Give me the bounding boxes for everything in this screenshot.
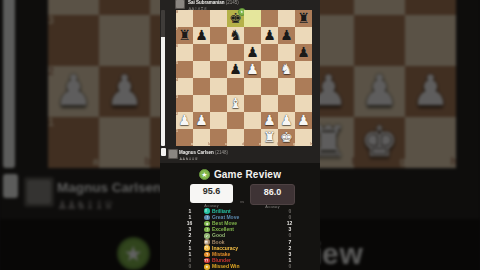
chess-board[interactable]: 8♚★♜7♜♟♞♟♟6♟♟5♟♟♞43♝2♟♟♟♟♟1abcdef♜g♚h — [176, 10, 312, 146]
square-f1[interactable]: f♜ — [261, 129, 278, 146]
bottom-player-avatar[interactable] — [168, 149, 178, 159]
square-c6[interactable] — [210, 44, 227, 61]
square-b4[interactable] — [193, 78, 210, 95]
square-b5[interactable] — [193, 61, 210, 78]
file-label-h: h — [310, 143, 312, 145]
square-c5[interactable] — [210, 61, 227, 78]
square-e4[interactable] — [244, 78, 261, 95]
rank-label-6: 6 — [176, 45, 178, 47]
top-player-name-text: Sai Subramanian — [188, 0, 225, 5]
square-g7[interactable]: ♟ — [278, 27, 295, 44]
square-c4[interactable] — [210, 78, 227, 95]
black-knight-d7: ♞ — [227, 27, 244, 44]
square-g5[interactable]: ♞ — [278, 61, 295, 78]
game-review-panel: ★ Game Review 95.6 Accuracy vs 86.0 Accu… — [160, 163, 320, 270]
rank-label-3: 3 — [176, 96, 178, 98]
white-accuracy-value: 95.6 — [190, 186, 233, 196]
white-pawn-f2: ♟ — [261, 112, 278, 129]
square-a6[interactable]: 6 — [176, 44, 193, 61]
square-c2[interactable] — [210, 112, 227, 129]
square-g1[interactable]: g♚ — [278, 129, 295, 146]
square-a1[interactable]: 1a — [176, 129, 193, 146]
square-f3[interactable] — [261, 95, 278, 112]
white-pawn-b2: ♟ — [193, 112, 210, 129]
move-classification-list: 1 !! Brilliant 0 1 ! Great Move 0 16 ★ B… — [160, 208, 320, 270]
square-d4[interactable] — [227, 78, 244, 95]
square-d1[interactable]: d — [227, 129, 244, 146]
square-d2[interactable] — [227, 112, 244, 129]
square-h8[interactable]: ♜ — [295, 10, 312, 27]
move-class-icon: ✓ — [204, 233, 210, 239]
square-g3[interactable] — [278, 95, 295, 112]
square-h4[interactable] — [295, 78, 312, 95]
square-a4[interactable]: 4 — [176, 78, 193, 95]
square-h7[interactable] — [295, 27, 312, 44]
rank-label-8: 8 — [176, 11, 178, 13]
square-h3[interactable] — [295, 95, 312, 112]
square-b2[interactable]: ♟ — [193, 112, 210, 129]
move-class-row: 0 ✕ Missed Win 0 — [160, 264, 320, 270]
top-player-avatar[interactable] — [175, 0, 185, 9]
game-review-title: Game Review — [214, 169, 281, 180]
white-accuracy-box: 95.6 Accuracy — [190, 184, 233, 203]
rank-label-4: 4 — [176, 79, 178, 81]
bottom-player-bar: Magnus Carlsen (2148) ♟♟♞♝♝♛ — [160, 146, 320, 163]
square-g2[interactable]: ♟ — [278, 112, 295, 129]
square-f5[interactable] — [261, 61, 278, 78]
phone-screenshot: Sai Subramanian (2145) ♙♙♘♗♖♕ 8♚★♜7♜♟♞♟♟… — [160, 0, 320, 270]
black-pawn-g7: ♟ — [278, 27, 295, 44]
square-f8[interactable] — [261, 10, 278, 27]
square-d6[interactable] — [227, 44, 244, 61]
white-rook-f1: ♜ — [261, 129, 278, 146]
black-pawn-f7: ♟ — [261, 27, 278, 44]
square-f6[interactable] — [261, 44, 278, 61]
square-h2[interactable]: ♟ — [295, 112, 312, 129]
square-h5[interactable] — [295, 61, 312, 78]
white-pawn-g2: ♟ — [278, 112, 295, 129]
square-e2[interactable] — [244, 112, 261, 129]
black-pawn-b7: ♟ — [193, 27, 210, 44]
move-class-icon: ! — [204, 227, 210, 233]
square-e7[interactable] — [244, 27, 261, 44]
white-pawn-a2: ♟ — [176, 112, 193, 129]
square-e5[interactable]: ♟ — [244, 61, 261, 78]
square-d5[interactable]: ♟ — [227, 61, 244, 78]
move-class-icon: ✕ — [204, 264, 210, 270]
black-rook-h8: ♜ — [295, 10, 312, 27]
evaluation-bar — [161, 10, 165, 146]
move-class-icon: ?? — [204, 258, 210, 264]
square-a8[interactable]: 8 — [176, 10, 193, 27]
square-e6[interactable]: ♟ — [244, 44, 261, 61]
square-b6[interactable] — [193, 44, 210, 61]
square-b3[interactable] — [193, 95, 210, 112]
bottom-captured-pieces: ♟♟♞♝♝♛ — [179, 156, 198, 161]
square-e8[interactable] — [244, 10, 261, 27]
game-review-star-icon: ★ — [199, 169, 210, 180]
black-accuracy-box: 86.0 Accuracy — [250, 184, 295, 205]
bottom-player-name-text: Magnus Carlsen — [179, 150, 214, 155]
square-e1[interactable]: e — [244, 129, 261, 146]
white-pawn-h2: ♟ — [295, 112, 312, 129]
evaluation-bar-white-share — [161, 37, 165, 146]
square-g6[interactable] — [278, 44, 295, 61]
square-d8[interactable]: ♚★ — [227, 10, 244, 27]
square-a5[interactable]: 5 — [176, 61, 193, 78]
square-f2[interactable]: ♟ — [261, 112, 278, 129]
square-f7[interactable]: ♟ — [261, 27, 278, 44]
white-pawn-e5: ♟ — [244, 61, 261, 78]
rank-label-5: 5 — [176, 62, 178, 64]
move-class-icon: !! — [204, 208, 210, 214]
black-pawn-e6: ♟ — [244, 44, 261, 61]
move-class-icon: ? — [204, 252, 210, 258]
square-c7[interactable] — [210, 27, 227, 44]
white-king-g1: ♚ — [278, 129, 295, 146]
square-h6[interactable]: ♟ — [295, 44, 312, 61]
square-a7[interactable]: 7♜ — [176, 27, 193, 44]
square-c8[interactable] — [210, 10, 227, 27]
top-player-name: Sai Subramanian (2145) — [188, 0, 239, 5]
square-f4[interactable] — [261, 78, 278, 95]
bottom-player-rating: (2148) — [215, 150, 228, 155]
square-b7[interactable]: ♟ — [193, 27, 210, 44]
video-frame: Sai Subramanian (2145) ♙♙♘♗♖♕ 8♚★♜7♜♟♞♟♟… — [0, 0, 480, 270]
square-a2[interactable]: 2♟ — [176, 112, 193, 129]
white-knight-g5: ♞ — [278, 61, 295, 78]
square-b1[interactable]: b — [193, 129, 210, 146]
move-class-icon: ★ — [204, 221, 210, 227]
white-bishop-d3: ♝ — [227, 95, 244, 112]
top-player-rating: (2145) — [226, 0, 239, 5]
black-rook-a7: ♜ — [176, 27, 193, 44]
square-e3[interactable] — [244, 95, 261, 112]
game-review-header: ★ Game Review — [160, 169, 320, 180]
square-g4[interactable] — [278, 78, 295, 95]
square-c1[interactable]: c — [210, 129, 227, 146]
move-class-icon: ?! — [204, 245, 210, 251]
square-d7[interactable]: ♞ — [227, 27, 244, 44]
square-c3[interactable] — [210, 95, 227, 112]
move-class-icon: ▤ — [204, 239, 210, 245]
square-d3[interactable]: ♝ — [227, 95, 244, 112]
square-b8[interactable] — [193, 10, 210, 27]
bottom-player-name: Magnus Carlsen (2148) — [179, 150, 228, 155]
square-g8[interactable] — [278, 10, 295, 27]
black-accuracy-value: 86.0 — [251, 187, 294, 197]
rank-label-1: 1 — [176, 130, 178, 132]
black-pawn-h6: ♟ — [295, 44, 312, 61]
move-class-icon: ! — [204, 215, 210, 221]
square-h1[interactable]: h — [295, 129, 312, 146]
square-a3[interactable]: 3 — [176, 95, 193, 112]
black-pawn-d5: ♟ — [227, 61, 244, 78]
